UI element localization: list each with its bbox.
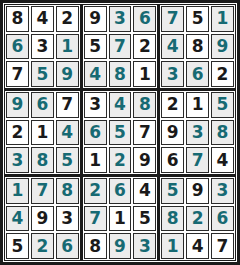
cell-r3c6[interactable]: 1 [133, 61, 156, 87]
cell-r3c2[interactable]: 5 [31, 61, 54, 87]
cell-r4c1[interactable]: 9 [6, 92, 29, 118]
box-3-1: 178493526 [4, 176, 81, 261]
box-1-2: 936572481 [82, 4, 159, 89]
cell-r9c8[interactable]: 4 [186, 233, 209, 259]
cell-r8c7[interactable]: 8 [161, 206, 184, 232]
cell-r1c9[interactable]: 1 [211, 6, 234, 32]
cell-r2c3[interactable]: 1 [56, 34, 79, 60]
cell-r1c1[interactable]: 8 [6, 6, 29, 32]
cell-r5c3[interactable]: 4 [56, 120, 79, 146]
cell-r3c1[interactable]: 7 [6, 61, 29, 87]
cell-r6c9[interactable]: 4 [211, 147, 234, 173]
box-2-1: 967214385 [4, 90, 81, 175]
cell-r9c2[interactable]: 2 [31, 233, 54, 259]
cell-r8c4[interactable]: 7 [84, 206, 107, 232]
cell-r5c6[interactable]: 7 [133, 120, 156, 146]
cell-r5c5[interactable]: 5 [109, 120, 132, 146]
box-2-3: 215938674 [159, 90, 236, 175]
cell-r2c1[interactable]: 6 [6, 34, 29, 60]
cell-r3c9[interactable]: 2 [211, 61, 234, 87]
cell-r5c8[interactable]: 3 [186, 120, 209, 146]
cell-r4c6[interactable]: 8 [133, 92, 156, 118]
cell-r8c8[interactable]: 2 [186, 206, 209, 232]
cell-r5c2[interactable]: 1 [31, 120, 54, 146]
cell-r4c2[interactable]: 6 [31, 92, 54, 118]
cell-r6c8[interactable]: 7 [186, 147, 209, 173]
cell-r7c3[interactable]: 8 [56, 178, 79, 204]
cell-r4c5[interactable]: 4 [109, 92, 132, 118]
cell-r3c7[interactable]: 3 [161, 61, 184, 87]
cell-r1c7[interactable]: 7 [161, 6, 184, 32]
cell-r6c1[interactable]: 3 [6, 147, 29, 173]
cell-r1c6[interactable]: 6 [133, 6, 156, 32]
cell-r9c6[interactable]: 3 [133, 233, 156, 259]
cell-r7c4[interactable]: 2 [84, 178, 107, 204]
cell-r3c8[interactable]: 6 [186, 61, 209, 87]
cell-r2c4[interactable]: 5 [84, 34, 107, 60]
cell-r7c6[interactable]: 4 [133, 178, 156, 204]
cell-r8c6[interactable]: 5 [133, 206, 156, 232]
cell-r6c4[interactable]: 1 [84, 147, 107, 173]
cell-r1c4[interactable]: 9 [84, 6, 107, 32]
cell-r5c9[interactable]: 8 [211, 120, 234, 146]
cell-r2c8[interactable]: 8 [186, 34, 209, 60]
box-3-3: 593826147 [159, 176, 236, 261]
cell-r2c7[interactable]: 4 [161, 34, 184, 60]
cell-r5c4[interactable]: 6 [84, 120, 107, 146]
cell-r9c7[interactable]: 1 [161, 233, 184, 259]
cell-r1c8[interactable]: 5 [186, 6, 209, 32]
cell-r1c2[interactable]: 4 [31, 6, 54, 32]
cell-r9c4[interactable]: 8 [84, 233, 107, 259]
cell-r8c5[interactable]: 1 [109, 206, 132, 232]
cell-r1c3[interactable]: 2 [56, 6, 79, 32]
cell-r4c7[interactable]: 2 [161, 92, 184, 118]
cell-r9c1[interactable]: 5 [6, 233, 29, 259]
box-3-2: 264715893 [82, 176, 159, 261]
cell-r7c1[interactable]: 1 [6, 178, 29, 204]
box-1-1: 842631759 [4, 4, 81, 89]
cell-r3c4[interactable]: 4 [84, 61, 107, 87]
cell-r2c2[interactable]: 3 [31, 34, 54, 60]
cell-r7c2[interactable]: 7 [31, 178, 54, 204]
sudoku-board: 8426317599365724817514893629672143853486… [0, 0, 240, 265]
cell-r4c3[interactable]: 7 [56, 92, 79, 118]
cell-r2c6[interactable]: 2 [133, 34, 156, 60]
cell-r7c9[interactable]: 3 [211, 178, 234, 204]
cell-r4c9[interactable]: 5 [211, 92, 234, 118]
cell-r7c8[interactable]: 9 [186, 178, 209, 204]
cell-r1c5[interactable]: 3 [109, 6, 132, 32]
cell-r6c3[interactable]: 5 [56, 147, 79, 173]
cell-r8c1[interactable]: 4 [6, 206, 29, 232]
sudoku-boxes-grid: 8426317599365724817514893629672143853486… [4, 4, 236, 261]
box-2-2: 348657129 [82, 90, 159, 175]
cell-r8c3[interactable]: 3 [56, 206, 79, 232]
cell-r6c2[interactable]: 8 [31, 147, 54, 173]
cell-r4c8[interactable]: 1 [186, 92, 209, 118]
cell-r6c6[interactable]: 9 [133, 147, 156, 173]
cell-r9c9[interactable]: 7 [211, 233, 234, 259]
cell-r9c3[interactable]: 6 [56, 233, 79, 259]
cell-r4c4[interactable]: 3 [84, 92, 107, 118]
cell-r3c5[interactable]: 8 [109, 61, 132, 87]
cell-r6c5[interactable]: 2 [109, 147, 132, 173]
cell-r5c1[interactable]: 2 [6, 120, 29, 146]
cell-r6c7[interactable]: 6 [161, 147, 184, 173]
cell-r8c2[interactable]: 9 [31, 206, 54, 232]
cell-r5c7[interactable]: 9 [161, 120, 184, 146]
box-1-3: 751489362 [159, 4, 236, 89]
cell-r2c9[interactable]: 9 [211, 34, 234, 60]
cell-r7c7[interactable]: 5 [161, 178, 184, 204]
cell-r8c9[interactable]: 6 [211, 206, 234, 232]
cell-r3c3[interactable]: 9 [56, 61, 79, 87]
cell-r2c5[interactable]: 7 [109, 34, 132, 60]
cell-r7c5[interactable]: 6 [109, 178, 132, 204]
cell-r9c5[interactable]: 9 [109, 233, 132, 259]
